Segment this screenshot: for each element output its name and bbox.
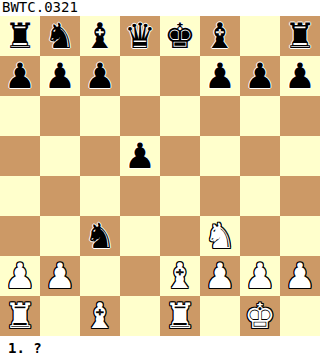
square-c3[interactable]: ♞ <box>80 216 120 256</box>
square-h8[interactable]: ♜ <box>280 16 320 56</box>
square-b4[interactable] <box>40 176 80 216</box>
square-a2[interactable]: ♟ <box>0 256 40 296</box>
square-d2[interactable] <box>120 256 160 296</box>
black-pawn[interactable]: ♟ <box>204 56 235 96</box>
square-a6[interactable] <box>0 96 40 136</box>
white-pawn[interactable]: ♟ <box>284 256 315 296</box>
square-g2[interactable]: ♟ <box>240 256 280 296</box>
square-d3[interactable] <box>120 216 160 256</box>
square-h2[interactable]: ♟ <box>280 256 320 296</box>
square-c8[interactable]: ♝ <box>80 16 120 56</box>
white-rook[interactable]: ♜ <box>164 296 195 336</box>
position-title: BWTC.0321 <box>0 0 320 16</box>
black-king[interactable]: ♚ <box>164 16 195 56</box>
black-pawn[interactable]: ♟ <box>4 56 35 96</box>
move-prompt: 1. ? <box>0 336 320 360</box>
square-b1[interactable] <box>40 296 80 336</box>
black-pawn[interactable]: ♟ <box>244 56 275 96</box>
square-d8[interactable]: ♛ <box>120 16 160 56</box>
chess-app-window: BWTC.0321 ♜♞♝♛♚♝♜♟♟♟♟♟♟♟♞♞♟♟♝♟♟♟♜♝♜♚ 1. … <box>0 0 320 360</box>
square-b3[interactable] <box>40 216 80 256</box>
square-h3[interactable] <box>280 216 320 256</box>
black-pawn[interactable]: ♟ <box>44 56 75 96</box>
black-bishop[interactable]: ♝ <box>204 16 235 56</box>
square-g7[interactable]: ♟ <box>240 56 280 96</box>
square-a7[interactable]: ♟ <box>0 56 40 96</box>
square-e6[interactable] <box>160 96 200 136</box>
square-e4[interactable] <box>160 176 200 216</box>
square-c7[interactable]: ♟ <box>80 56 120 96</box>
square-b8[interactable]: ♞ <box>40 16 80 56</box>
square-b6[interactable] <box>40 96 80 136</box>
square-e1[interactable]: ♜ <box>160 296 200 336</box>
black-queen[interactable]: ♛ <box>124 16 155 56</box>
square-f8[interactable]: ♝ <box>200 16 240 56</box>
square-f4[interactable] <box>200 176 240 216</box>
square-a5[interactable] <box>0 136 40 176</box>
square-d5[interactable]: ♟ <box>120 136 160 176</box>
square-g3[interactable] <box>240 216 280 256</box>
square-h6[interactable] <box>280 96 320 136</box>
black-bishop[interactable]: ♝ <box>84 16 115 56</box>
square-h5[interactable] <box>280 136 320 176</box>
square-c6[interactable] <box>80 96 120 136</box>
square-f1[interactable] <box>200 296 240 336</box>
black-knight[interactable]: ♞ <box>84 216 115 256</box>
white-pawn[interactable]: ♟ <box>4 256 35 296</box>
square-g1[interactable]: ♚ <box>240 296 280 336</box>
square-h4[interactable] <box>280 176 320 216</box>
square-e2[interactable]: ♝ <box>160 256 200 296</box>
white-bishop[interactable]: ♝ <box>84 296 115 336</box>
square-g8[interactable] <box>240 16 280 56</box>
white-pawn[interactable]: ♟ <box>244 256 275 296</box>
square-e3[interactable] <box>160 216 200 256</box>
black-pawn[interactable]: ♟ <box>124 136 155 176</box>
square-a1[interactable]: ♜ <box>0 296 40 336</box>
white-knight[interactable]: ♞ <box>204 216 235 256</box>
square-g5[interactable] <box>240 136 280 176</box>
black-rook[interactable]: ♜ <box>284 16 315 56</box>
square-b2[interactable]: ♟ <box>40 256 80 296</box>
black-pawn[interactable]: ♟ <box>284 56 315 96</box>
square-d4[interactable] <box>120 176 160 216</box>
square-e7[interactable] <box>160 56 200 96</box>
square-h1[interactable] <box>280 296 320 336</box>
square-f3[interactable]: ♞ <box>200 216 240 256</box>
square-b5[interactable] <box>40 136 80 176</box>
square-a3[interactable] <box>0 216 40 256</box>
square-c4[interactable] <box>80 176 120 216</box>
chess-board: ♜♞♝♛♚♝♜♟♟♟♟♟♟♟♞♞♟♟♝♟♟♟♜♝♜♚ <box>0 16 320 336</box>
square-d6[interactable] <box>120 96 160 136</box>
square-f7[interactable]: ♟ <box>200 56 240 96</box>
white-rook[interactable]: ♜ <box>4 296 35 336</box>
square-c5[interactable] <box>80 136 120 176</box>
square-e5[interactable] <box>160 136 200 176</box>
square-g6[interactable] <box>240 96 280 136</box>
white-bishop[interactable]: ♝ <box>164 256 195 296</box>
square-d1[interactable] <box>120 296 160 336</box>
square-e8[interactable]: ♚ <box>160 16 200 56</box>
black-rook[interactable]: ♜ <box>4 16 35 56</box>
square-a8[interactable]: ♜ <box>0 16 40 56</box>
square-f6[interactable] <box>200 96 240 136</box>
square-g4[interactable] <box>240 176 280 216</box>
square-h7[interactable]: ♟ <box>280 56 320 96</box>
square-c1[interactable]: ♝ <box>80 296 120 336</box>
square-d7[interactable] <box>120 56 160 96</box>
square-f2[interactable]: ♟ <box>200 256 240 296</box>
square-c2[interactable] <box>80 256 120 296</box>
square-f5[interactable] <box>200 136 240 176</box>
black-pawn[interactable]: ♟ <box>84 56 115 96</box>
square-b7[interactable]: ♟ <box>40 56 80 96</box>
white-pawn[interactable]: ♟ <box>204 256 235 296</box>
square-a4[interactable] <box>0 176 40 216</box>
white-pawn[interactable]: ♟ <box>44 256 75 296</box>
black-knight[interactable]: ♞ <box>44 16 75 56</box>
white-king[interactable]: ♚ <box>244 296 275 336</box>
